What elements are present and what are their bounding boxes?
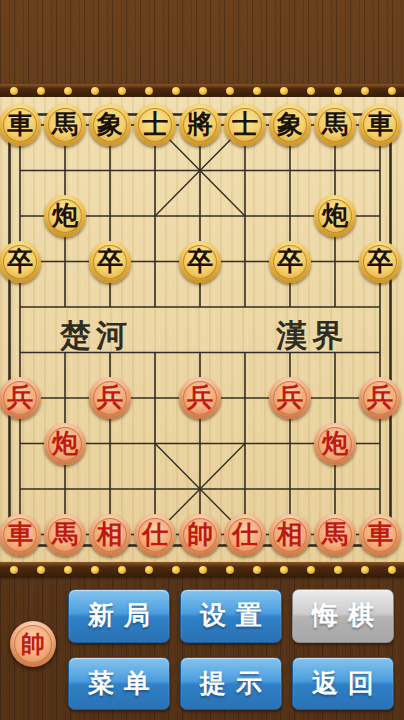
stud-nail-icon: [334, 566, 342, 574]
menu-button-panel: 新局设置悔棋菜单提示返回: [68, 589, 394, 710]
board-point-8-8[interactable]: [358, 466, 403, 512]
board-point-4-4[interactable]: [178, 284, 223, 330]
board-point-1-5[interactable]: [43, 330, 88, 376]
piece-label: 象: [273, 108, 307, 142]
stud-nail-icon: [388, 566, 396, 574]
board-point-5-0[interactable]: 士: [223, 102, 268, 148]
board-point-5-7[interactable]: [223, 421, 268, 467]
piece-black-p-8-3[interactable]: 卒: [359, 241, 401, 283]
stud-nail-icon: [226, 566, 234, 574]
board-point-6-4[interactable]: [268, 284, 313, 330]
board-point-8-2[interactable]: [358, 193, 403, 239]
piece-label: 卒: [3, 245, 37, 279]
piece-label: 炮: [48, 199, 82, 233]
piece-label: 兵: [183, 381, 217, 415]
board-point-7-2[interactable]: 炮: [313, 193, 358, 239]
piece-red-N-1-9[interactable]: 馬: [44, 514, 86, 556]
piece-black-n-7-0[interactable]: 馬: [314, 104, 356, 146]
piece-label: 士: [138, 108, 172, 142]
piece-red-C-1-7[interactable]: 炮: [44, 423, 86, 465]
xiangqi-app-screen: 楚河 漢界 車馬象士將士象馬車炮炮卒卒卒卒卒兵兵兵兵兵炮炮車馬相仕帥仕相馬車 帥…: [0, 0, 404, 720]
piece-black-c-7-2[interactable]: 炮: [314, 195, 356, 237]
board-point-2-5[interactable]: [88, 330, 133, 376]
hint-button[interactable]: 提示: [180, 657, 282, 711]
board-point-0-8[interactable]: [0, 466, 43, 512]
board-point-6-9[interactable]: 相: [268, 512, 313, 558]
stud-nail-icon: [361, 566, 369, 574]
stud-nail-icon: [145, 87, 153, 95]
board-point-4-2[interactable]: [178, 193, 223, 239]
board-point-1-1[interactable]: [43, 148, 88, 194]
piece-label: 炮: [318, 427, 352, 461]
piece-black-b-2-0[interactable]: 象: [89, 104, 131, 146]
piece-label: 相: [273, 518, 307, 552]
board-point-0-3[interactable]: 卒: [0, 239, 43, 285]
piece-label: 兵: [3, 381, 37, 415]
board-point-0-1[interactable]: [0, 148, 43, 194]
board-point-8-6[interactable]: 兵: [358, 375, 403, 421]
piece-black-a-5-0[interactable]: 士: [224, 104, 266, 146]
stud-nail-icon: [253, 87, 261, 95]
stud-nail-icon: [91, 566, 99, 574]
piece-label: 馬: [48, 108, 82, 142]
board-point-4-3[interactable]: 卒: [178, 239, 223, 285]
piece-label: 車: [363, 108, 397, 142]
board-point-5-8[interactable]: [223, 466, 268, 512]
piece-label: 卒: [93, 245, 127, 279]
stud-nail-icon: [334, 87, 342, 95]
stud-nail-icon: [307, 566, 315, 574]
board-point-7-1[interactable]: [313, 148, 358, 194]
board-point-3-0[interactable]: 士: [133, 102, 178, 148]
piece-label: 馬: [48, 518, 82, 552]
menu-button[interactable]: 菜单: [68, 657, 170, 711]
piece-label: 車: [363, 518, 397, 552]
board-point-6-7[interactable]: [268, 421, 313, 467]
stud-nail-icon: [280, 87, 288, 95]
piece-label: 兵: [273, 381, 307, 415]
board-point-0-4[interactable]: [0, 284, 43, 330]
board-point-2-7[interactable]: [88, 421, 133, 467]
board-point-6-6[interactable]: 兵: [268, 375, 313, 421]
board-point-7-0[interactable]: 馬: [313, 102, 358, 148]
piece-red-P-2-6[interactable]: 兵: [89, 377, 131, 419]
board-point-8-1[interactable]: [358, 148, 403, 194]
board-point-8-5[interactable]: [358, 330, 403, 376]
piece-label: 兵: [93, 381, 127, 415]
board-point-1-3[interactable]: [43, 239, 88, 285]
board-point-3-9[interactable]: 仕: [133, 512, 178, 558]
pieces-grid: 車馬象士將士象馬車炮炮卒卒卒卒卒兵兵兵兵兵炮炮車馬相仕帥仕相馬車: [0, 102, 403, 557]
board-point-3-6[interactable]: [133, 375, 178, 421]
board-point-4-7[interactable]: [178, 421, 223, 467]
board-point-3-3[interactable]: [133, 239, 178, 285]
board-point-2-9[interactable]: 相: [88, 512, 133, 558]
stud-nail-icon: [199, 87, 207, 95]
stud-nail-icon: [37, 566, 45, 574]
piece-black-r-0-0[interactable]: 車: [0, 104, 41, 146]
bottom-stud-strip: [0, 562, 404, 577]
piece-label: 馬: [318, 108, 352, 142]
stud-nail-icon: [280, 566, 288, 574]
board-point-3-1[interactable]: [133, 148, 178, 194]
board-point-7-5[interactable]: [313, 330, 358, 376]
board-point-3-4[interactable]: [133, 284, 178, 330]
board-point-0-7[interactable]: [0, 421, 43, 467]
board-point-5-4[interactable]: [223, 284, 268, 330]
new-game-button[interactable]: 新局: [68, 589, 170, 643]
board-point-0-9[interactable]: 車: [0, 512, 43, 558]
board-point-4-6[interactable]: 兵: [178, 375, 223, 421]
piece-red-A-5-9[interactable]: 仕: [224, 514, 266, 556]
board-point-5-2[interactable]: [223, 193, 268, 239]
board-point-2-4[interactable]: [88, 284, 133, 330]
turn-indicator-red-general: 帥: [10, 621, 56, 667]
board-point-6-2[interactable]: [268, 193, 313, 239]
board-point-8-7[interactable]: [358, 421, 403, 467]
board-point-2-0[interactable]: 象: [88, 102, 133, 148]
board-point-8-0[interactable]: 車: [358, 102, 403, 148]
piece-black-p-2-3[interactable]: 卒: [89, 241, 131, 283]
board-point-8-4[interactable]: [358, 284, 403, 330]
board-point-2-1[interactable]: [88, 148, 133, 194]
piece-label: 帥: [183, 518, 217, 552]
board-point-6-8[interactable]: [268, 466, 313, 512]
stud-nail-icon: [10, 566, 18, 574]
board-point-7-9[interactable]: 馬: [313, 512, 358, 558]
stud-nail-icon: [361, 87, 369, 95]
stud-nail-icon: [253, 566, 261, 574]
stud-nail-icon: [226, 87, 234, 95]
stud-nail-icon: [91, 87, 99, 95]
board-point-1-0[interactable]: 馬: [43, 102, 88, 148]
board-point-5-5[interactable]: [223, 330, 268, 376]
board-point-1-4[interactable]: [43, 284, 88, 330]
board-point-1-6[interactable]: [43, 375, 88, 421]
board-point-3-7[interactable]: [133, 421, 178, 467]
board-point-5-9[interactable]: 仕: [223, 512, 268, 558]
stud-nail-icon: [37, 87, 45, 95]
piece-red-K-4-9[interactable]: 帥: [179, 514, 221, 556]
piece-label: 仕: [138, 518, 172, 552]
piece-label: 仕: [228, 518, 262, 552]
piece-red-B-2-9[interactable]: 相: [89, 514, 131, 556]
stud-nail-icon: [118, 566, 126, 574]
stud-nail-icon: [199, 566, 207, 574]
piece-label: 炮: [318, 199, 352, 233]
board-point-1-9[interactable]: 馬: [43, 512, 88, 558]
settings-button[interactable]: 设置: [180, 589, 282, 643]
piece-red-R-0-9[interactable]: 車: [0, 514, 41, 556]
xiangqi-board[interactable]: 楚河 漢界 車馬象士將士象馬車炮炮卒卒卒卒卒兵兵兵兵兵炮炮車馬相仕帥仕相馬車: [0, 97, 404, 562]
piece-red-P-0-6[interactable]: 兵: [0, 377, 41, 419]
stud-nail-icon: [172, 566, 180, 574]
piece-black-p-0-3[interactable]: 卒: [0, 241, 41, 283]
board-point-1-2[interactable]: 炮: [43, 193, 88, 239]
board-point-2-3[interactable]: 卒: [88, 239, 133, 285]
piece-red-P-8-6[interactable]: 兵: [359, 377, 401, 419]
board-point-1-7[interactable]: 炮: [43, 421, 88, 467]
board-point-4-5[interactable]: [178, 330, 223, 376]
stud-nail-icon: [118, 87, 126, 95]
board-point-7-7[interactable]: 炮: [313, 421, 358, 467]
piece-black-b-6-0[interactable]: 象: [269, 104, 311, 146]
board-point-7-6[interactable]: [313, 375, 358, 421]
piece-black-k-4-0[interactable]: 將: [179, 104, 221, 146]
piece-black-p-6-3[interactable]: 卒: [269, 241, 311, 283]
board-point-0-5[interactable]: [0, 330, 43, 376]
board-point-4-9[interactable]: 帥: [178, 512, 223, 558]
board-point-0-6[interactable]: 兵: [0, 375, 43, 421]
board-point-3-5[interactable]: [133, 330, 178, 376]
piece-label: 車: [3, 518, 37, 552]
stud-nail-icon: [172, 87, 180, 95]
piece-label: 炮: [48, 427, 82, 461]
piece-black-c-1-2[interactable]: 炮: [44, 195, 86, 237]
stud-nail-icon: [145, 566, 153, 574]
piece-black-a-3-0[interactable]: 士: [134, 104, 176, 146]
piece-label: 卒: [183, 245, 217, 279]
board-point-8-3[interactable]: 卒: [358, 239, 403, 285]
board-point-0-0[interactable]: 車: [0, 102, 43, 148]
board-point-7-4[interactable]: [313, 284, 358, 330]
piece-red-A-3-9[interactable]: 仕: [134, 514, 176, 556]
board-point-3-8[interactable]: [133, 466, 178, 512]
piece-label: 馬: [318, 518, 352, 552]
board-point-0-2[interactable]: [0, 193, 43, 239]
piece-label: 將: [183, 108, 217, 142]
turn-indicator-char: 帥: [14, 625, 52, 663]
board-point-2-6[interactable]: 兵: [88, 375, 133, 421]
stud-nail-icon: [10, 87, 18, 95]
board-point-5-6[interactable]: [223, 375, 268, 421]
stud-nail-icon: [388, 87, 396, 95]
undo-button[interactable]: 悔棋: [292, 589, 394, 643]
board-point-3-2[interactable]: [133, 193, 178, 239]
top-stud-strip: [0, 84, 404, 97]
piece-red-P-4-6[interactable]: 兵: [179, 377, 221, 419]
piece-red-B-6-9[interactable]: 相: [269, 514, 311, 556]
piece-black-p-4-3[interactable]: 卒: [179, 241, 221, 283]
board-point-4-8[interactable]: [178, 466, 223, 512]
piece-black-n-1-0[interactable]: 馬: [44, 104, 86, 146]
piece-label: 相: [93, 518, 127, 552]
stud-nail-icon: [307, 87, 315, 95]
piece-label: 車: [3, 108, 37, 142]
board-point-2-2[interactable]: [88, 193, 133, 239]
piece-red-R-8-9[interactable]: 車: [359, 514, 401, 556]
piece-label: 卒: [273, 245, 307, 279]
board-point-5-1[interactable]: [223, 148, 268, 194]
board-point-1-8[interactable]: [43, 466, 88, 512]
board-point-4-0[interactable]: 將: [178, 102, 223, 148]
board-point-6-3[interactable]: 卒: [268, 239, 313, 285]
piece-black-r-8-0[interactable]: 車: [359, 104, 401, 146]
board-point-6-5[interactable]: [268, 330, 313, 376]
board-point-8-9[interactable]: 車: [358, 512, 403, 558]
piece-label: 士: [228, 108, 262, 142]
board-point-4-1[interactable]: [178, 148, 223, 194]
piece-red-P-6-6[interactable]: 兵: [269, 377, 311, 419]
piece-label: 兵: [363, 381, 397, 415]
board-point-2-8[interactable]: [88, 466, 133, 512]
piece-label: 卒: [363, 245, 397, 279]
piece-red-C-7-7[interactable]: 炮: [314, 423, 356, 465]
stud-nail-icon: [64, 566, 72, 574]
board-point-7-3[interactable]: [313, 239, 358, 285]
piece-red-N-7-9[interactable]: 馬: [314, 514, 356, 556]
board-point-5-3[interactable]: [223, 239, 268, 285]
stud-nail-icon: [64, 87, 72, 95]
board-point-6-1[interactable]: [268, 148, 313, 194]
board-point-6-0[interactable]: 象: [268, 102, 313, 148]
board-point-7-8[interactable]: [313, 466, 358, 512]
piece-label: 象: [93, 108, 127, 142]
back-button[interactable]: 返回: [292, 657, 394, 711]
